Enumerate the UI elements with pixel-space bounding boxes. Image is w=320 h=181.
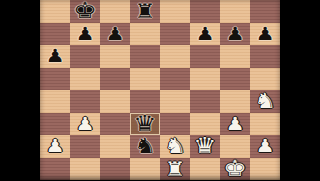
square-b2[interactable] <box>70 135 100 158</box>
square-e7[interactable] <box>160 23 190 46</box>
piece-black-pawn[interactable]: ♟ <box>255 25 274 43</box>
square-a1[interactable] <box>40 158 70 181</box>
square-d6[interactable] <box>130 45 160 68</box>
square-a7[interactable] <box>40 23 70 46</box>
square-d8[interactable]: ♜ <box>130 0 160 23</box>
square-a5[interactable] <box>40 68 70 91</box>
square-f1[interactable] <box>190 158 220 181</box>
square-g1[interactable]: ♚ <box>220 158 250 181</box>
chess-board: ♚♜♟♟♟♟♟♟♞♟♛♟♟♞♞♛♟♜♚ <box>40 0 280 180</box>
square-f6[interactable] <box>190 45 220 68</box>
square-h5[interactable] <box>250 68 280 91</box>
square-a8[interactable] <box>40 0 70 23</box>
piece-white-queen[interactable]: ♛ <box>193 135 216 157</box>
square-c8[interactable] <box>100 0 130 23</box>
square-a4[interactable] <box>40 90 70 113</box>
square-b6[interactable] <box>70 45 100 68</box>
square-g8[interactable] <box>220 0 250 23</box>
piece-white-pawn[interactable]: ♟ <box>225 115 244 133</box>
square-f5[interactable] <box>190 68 220 91</box>
square-b5[interactable] <box>70 68 100 91</box>
square-b8[interactable]: ♚ <box>70 0 100 23</box>
square-d1[interactable] <box>130 158 160 181</box>
square-b1[interactable] <box>70 158 100 181</box>
piece-black-rook[interactable]: ♜ <box>134 1 155 21</box>
square-b3[interactable]: ♟ <box>70 113 100 136</box>
square-a3[interactable] <box>40 113 70 136</box>
square-h7[interactable]: ♟ <box>250 23 280 46</box>
square-c6[interactable] <box>100 45 130 68</box>
piece-white-knight[interactable]: ♞ <box>254 91 276 112</box>
square-h2[interactable]: ♟ <box>250 135 280 158</box>
piece-black-knight[interactable]: ♞ <box>134 136 156 157</box>
square-h6[interactable] <box>250 45 280 68</box>
square-e2[interactable]: ♞ <box>160 135 190 158</box>
square-d3[interactable]: ♛ <box>130 113 160 136</box>
square-d4[interactable] <box>130 90 160 113</box>
square-g5[interactable] <box>220 68 250 91</box>
square-d2[interactable]: ♞ <box>130 135 160 158</box>
piece-white-pawn[interactable]: ♟ <box>75 115 94 133</box>
square-f4[interactable] <box>190 90 220 113</box>
piece-white-knight[interactable]: ♞ <box>164 136 186 157</box>
piece-black-pawn[interactable]: ♟ <box>45 47 64 65</box>
square-e3[interactable] <box>160 113 190 136</box>
square-c7[interactable]: ♟ <box>100 23 130 46</box>
piece-black-pawn[interactable]: ♟ <box>225 25 244 43</box>
piece-white-king[interactable]: ♚ <box>223 158 246 180</box>
square-f3[interactable] <box>190 113 220 136</box>
square-e5[interactable] <box>160 68 190 91</box>
piece-white-pawn[interactable]: ♟ <box>255 137 274 155</box>
square-g7[interactable]: ♟ <box>220 23 250 46</box>
square-d5[interactable] <box>130 68 160 91</box>
square-e1[interactable]: ♜ <box>160 158 190 181</box>
square-g4[interactable] <box>220 90 250 113</box>
piece-black-pawn[interactable]: ♟ <box>105 25 124 43</box>
letterbox-left <box>0 0 40 180</box>
square-f8[interactable] <box>190 0 220 23</box>
square-b7[interactable]: ♟ <box>70 23 100 46</box>
square-f7[interactable]: ♟ <box>190 23 220 46</box>
square-e4[interactable] <box>160 90 190 113</box>
letterbox-right <box>280 0 320 180</box>
square-f2[interactable]: ♛ <box>190 135 220 158</box>
square-e8[interactable] <box>160 0 190 23</box>
square-c3[interactable] <box>100 113 130 136</box>
square-c4[interactable] <box>100 90 130 113</box>
square-h1[interactable] <box>250 158 280 181</box>
square-b4[interactable] <box>70 90 100 113</box>
square-h8[interactable] <box>250 0 280 23</box>
piece-white-pawn[interactable]: ♟ <box>45 137 64 155</box>
square-e6[interactable] <box>160 45 190 68</box>
piece-black-queen[interactable]: ♛ <box>133 113 156 135</box>
square-h4[interactable]: ♞ <box>250 90 280 113</box>
square-c2[interactable] <box>100 135 130 158</box>
square-a6[interactable]: ♟ <box>40 45 70 68</box>
square-d7[interactable] <box>130 23 160 46</box>
square-g6[interactable] <box>220 45 250 68</box>
video-frame: ♚♜♟♟♟♟♟♟♞♟♛♟♟♞♞♛♟♜♚ <box>0 0 320 180</box>
piece-black-pawn[interactable]: ♟ <box>75 25 94 43</box>
square-h3[interactable] <box>250 113 280 136</box>
square-g2[interactable] <box>220 135 250 158</box>
piece-black-king[interactable]: ♚ <box>73 0 96 22</box>
square-c1[interactable] <box>100 158 130 181</box>
piece-white-rook[interactable]: ♜ <box>164 159 185 179</box>
square-g3[interactable]: ♟ <box>220 113 250 136</box>
piece-black-pawn[interactable]: ♟ <box>195 25 214 43</box>
square-c5[interactable] <box>100 68 130 91</box>
square-a2[interactable]: ♟ <box>40 135 70 158</box>
